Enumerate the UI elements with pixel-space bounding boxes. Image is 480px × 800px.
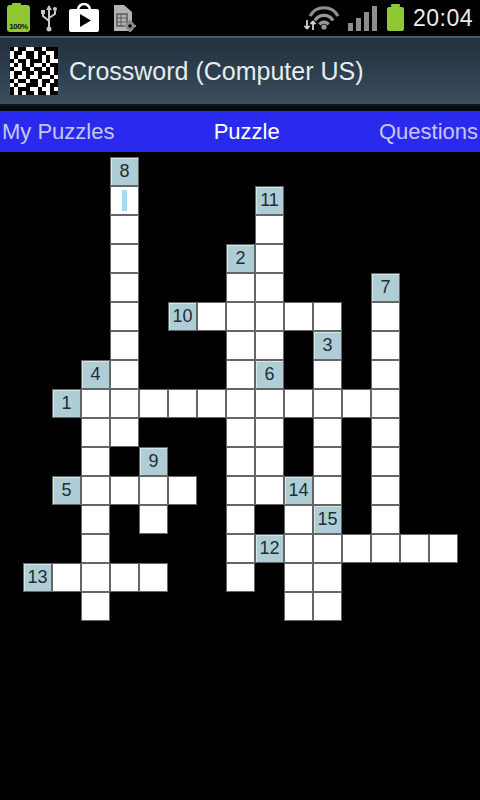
grid-cell[interactable]: 12 xyxy=(255,534,284,563)
grid-cell[interactable] xyxy=(110,389,139,418)
grid-cell[interactable] xyxy=(371,447,400,476)
grid-cell[interactable] xyxy=(313,360,342,389)
grid-cell[interactable] xyxy=(226,331,255,360)
clue-number: 7 xyxy=(380,277,390,298)
grid-cell[interactable] xyxy=(371,389,400,418)
grid-cell[interactable] xyxy=(313,534,342,563)
grid-cell[interactable] xyxy=(226,476,255,505)
grid-cell[interactable] xyxy=(197,302,226,331)
grid-cell[interactable] xyxy=(110,476,139,505)
grid-cell[interactable] xyxy=(226,302,255,331)
grid-cell[interactable] xyxy=(284,505,313,534)
grid-cell[interactable] xyxy=(81,447,110,476)
grid-cell[interactable]: 4 xyxy=(81,360,110,389)
tab-questions[interactable]: Questions xyxy=(379,119,478,145)
grid-cell[interactable] xyxy=(110,360,139,389)
clue-number: 9 xyxy=(148,451,158,472)
grid-cell[interactable] xyxy=(342,534,371,563)
tab-puzzle[interactable]: Puzzle xyxy=(214,119,280,145)
grid-cell[interactable] xyxy=(284,592,313,621)
grid-cell[interactable] xyxy=(110,273,139,302)
grid-cell[interactable] xyxy=(255,244,284,273)
grid-cell[interactable] xyxy=(226,360,255,389)
grid-cell[interactable] xyxy=(371,302,400,331)
grid-cell[interactable] xyxy=(226,505,255,534)
grid-cell[interactable] xyxy=(284,534,313,563)
grid-cell[interactable] xyxy=(110,186,139,215)
grid-cell[interactable] xyxy=(255,302,284,331)
tab-my-puzzles[interactable]: My Puzzles xyxy=(2,119,114,145)
tab-bar: My Puzzles Puzzle Questions xyxy=(0,106,480,152)
clue-number: 10 xyxy=(172,306,192,327)
text-cursor xyxy=(122,190,127,211)
clue-number: 3 xyxy=(322,335,332,356)
grid-cell[interactable] xyxy=(313,592,342,621)
grid-cell[interactable] xyxy=(371,418,400,447)
grid-cell[interactable] xyxy=(110,418,139,447)
clue-number: 1 xyxy=(61,393,71,414)
clue-number: 14 xyxy=(288,480,308,501)
clue-number: 11 xyxy=(260,190,279,211)
grid-cell[interactable] xyxy=(313,563,342,592)
clock: 20:04 xyxy=(413,5,473,32)
grid-cell[interactable] xyxy=(168,389,197,418)
phone-screen: 100% xyxy=(0,0,480,800)
status-left-icons: 100% xyxy=(7,3,137,33)
grid-cell[interactable]: 1 xyxy=(52,389,81,418)
grid-cell[interactable] xyxy=(52,563,81,592)
grid-cell[interactable]: 11 xyxy=(255,186,284,215)
grid-cell[interactable] xyxy=(371,476,400,505)
grid-cell[interactable] xyxy=(342,389,371,418)
status-right-icons: 20:04 xyxy=(303,4,473,32)
grid-cell[interactable] xyxy=(371,331,400,360)
grid-cell[interactable] xyxy=(110,244,139,273)
grid-cell[interactable] xyxy=(110,215,139,244)
grid-cell[interactable] xyxy=(371,360,400,389)
grid-cell[interactable] xyxy=(226,418,255,447)
grid-cell[interactable] xyxy=(81,418,110,447)
grid-cell[interactable] xyxy=(81,534,110,563)
grid-cell[interactable] xyxy=(81,505,110,534)
clue-number: 2 xyxy=(235,248,245,269)
grid-cell[interactable] xyxy=(255,215,284,244)
grid-cell[interactable] xyxy=(110,302,139,331)
grid-cell[interactable] xyxy=(284,563,313,592)
grid-cell[interactable]: 5 xyxy=(52,476,81,505)
grid-cell[interactable] xyxy=(284,302,313,331)
crossword-board: 811271034619514151213 xyxy=(23,157,458,621)
grid-cell[interactable]: 3 xyxy=(313,331,342,360)
wifi-updown-icon xyxy=(303,4,339,32)
grid-cell[interactable] xyxy=(313,302,342,331)
clue-number: 5 xyxy=(61,480,71,501)
grid-cell[interactable]: 13 xyxy=(23,563,52,592)
signal-strength-icon xyxy=(348,6,378,31)
grid-cell[interactable] xyxy=(429,534,458,563)
grid-cell[interactable] xyxy=(226,534,255,563)
status-bar: 100% xyxy=(0,0,480,36)
play-store-icon xyxy=(68,3,100,33)
page-title: Crossword (Computer US) xyxy=(69,57,364,86)
battery-percent-label: 100% xyxy=(7,22,30,31)
grid-cell[interactable] xyxy=(313,389,342,418)
grid-cell[interactable] xyxy=(81,592,110,621)
grid-cell[interactable] xyxy=(371,534,400,563)
grid-cell[interactable] xyxy=(255,389,284,418)
grid-cell[interactable] xyxy=(284,389,313,418)
grid-cell[interactable] xyxy=(255,476,284,505)
grid-cell[interactable]: 7 xyxy=(371,273,400,302)
grid-cell[interactable]: 10 xyxy=(168,302,197,331)
clue-number: 13 xyxy=(27,567,47,588)
grid-cell[interactable] xyxy=(197,389,226,418)
grid-cell[interactable] xyxy=(110,563,139,592)
grid-cell[interactable] xyxy=(255,447,284,476)
clue-number: 6 xyxy=(264,364,274,385)
grid-cell[interactable]: 6 xyxy=(255,360,284,389)
grid-cell[interactable] xyxy=(139,389,168,418)
sim-settings-icon xyxy=(109,4,137,32)
battery-100-icon: 100% xyxy=(7,5,30,32)
grid-cell[interactable] xyxy=(226,563,255,592)
grid-cell[interactable]: 14 xyxy=(284,476,313,505)
grid-cell[interactable] xyxy=(400,534,429,563)
grid-cell[interactable] xyxy=(139,563,168,592)
grid-cell[interactable] xyxy=(255,331,284,360)
grid-cell[interactable] xyxy=(81,563,110,592)
grid-cell[interactable] xyxy=(81,476,110,505)
grid-cell[interactable] xyxy=(313,447,342,476)
grid-cell[interactable]: 15 xyxy=(313,505,342,534)
clue-number: 15 xyxy=(317,509,337,530)
grid-cell[interactable] xyxy=(110,331,139,360)
grid-cell[interactable] xyxy=(255,418,284,447)
grid-cell[interactable] xyxy=(226,447,255,476)
grid-cell[interactable] xyxy=(371,505,400,534)
grid-cell[interactable] xyxy=(139,505,168,534)
grid-cell[interactable]: 9 xyxy=(139,447,168,476)
grid-cell[interactable] xyxy=(313,418,342,447)
battery-icon xyxy=(387,7,404,31)
grid-cell[interactable]: 8 xyxy=(110,157,139,186)
clue-number: 12 xyxy=(259,538,279,559)
title-bar: Crossword (Computer US) xyxy=(0,36,480,106)
grid-cell[interactable] xyxy=(81,389,110,418)
grid-cell[interactable] xyxy=(313,476,342,505)
crossword-app-icon xyxy=(10,47,58,95)
grid-cell[interactable]: 2 xyxy=(226,244,255,273)
grid-cell[interactable] xyxy=(255,273,284,302)
grid-cell[interactable] xyxy=(139,476,168,505)
clue-number: 4 xyxy=(90,364,100,385)
clue-number: 8 xyxy=(119,161,129,182)
grid-cell[interactable] xyxy=(226,389,255,418)
grid-cell[interactable] xyxy=(168,476,197,505)
usb-icon xyxy=(39,5,59,32)
grid-cell[interactable] xyxy=(226,273,255,302)
